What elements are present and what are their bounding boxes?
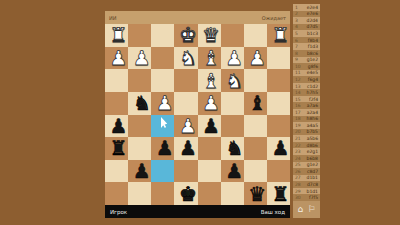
move-text: e7e6 [307, 11, 318, 16]
square-d2[interactable]: ♝ [198, 47, 221, 70]
move-text: d1b1 [307, 175, 318, 180]
square-e6[interactable]: ♟ [174, 137, 197, 160]
square-h7[interactable] [105, 160, 128, 183]
square-h3[interactable] [105, 69, 128, 92]
square-f7[interactable] [151, 160, 174, 183]
move-text: e4e5 [307, 70, 318, 75]
move-number: 17 [295, 110, 301, 115]
square-g5[interactable] [128, 115, 151, 138]
square-b1[interactable] [244, 24, 267, 47]
move-number: 1 [295, 5, 298, 10]
board-area: ИИ Ожидает ♜♚♛♜♟♟♞♝♟♟♝♞♞♟♟♝♟♟♟♜♟♟♞♟♟♟♚♛♜… [105, 11, 290, 218]
square-c8[interactable] [221, 182, 244, 205]
white-pawn-piece[interactable]: ♟ [202, 93, 220, 113]
move-number: 15 [295, 97, 301, 102]
move-text: e2e4 [307, 5, 318, 10]
square-c5[interactable] [221, 115, 244, 138]
square-h8[interactable] [105, 182, 128, 205]
square-d3[interactable]: ♝ [198, 69, 221, 92]
move-number: 24 [295, 156, 301, 161]
black-king-piece[interactable]: ♚ [179, 184, 197, 204]
square-f4[interactable]: ♟ [151, 92, 174, 115]
square-e1[interactable]: ♚ [174, 24, 197, 47]
move-text: f7f5 [309, 195, 318, 200]
square-f8[interactable] [151, 182, 174, 205]
resign-flag-icon[interactable]: ⚐ [308, 205, 316, 214]
square-f1[interactable] [151, 24, 174, 47]
move-number: 19 [295, 123, 301, 128]
square-h4[interactable] [105, 92, 128, 115]
square-h5[interactable]: ♟ [105, 115, 128, 138]
move-text: d2d4 [307, 18, 318, 23]
white-king-piece[interactable]: ♚ [179, 25, 197, 45]
turn-indicator: Ваш ход [261, 209, 285, 215]
move-text: f6g4 [308, 77, 318, 82]
square-c7[interactable]: ♟ [221, 160, 244, 183]
white-pawn-piece[interactable]: ♟ [179, 116, 197, 136]
move-number: 12 [295, 77, 301, 82]
move-number: 18 [295, 116, 301, 121]
panel-actions: ⌂ ⚐ [293, 201, 320, 218]
square-g8[interactable] [128, 182, 151, 205]
home-icon[interactable]: ⌂ [297, 205, 303, 214]
square-b5[interactable] [244, 115, 267, 138]
move-text: d8b6 [307, 143, 318, 148]
square-a7[interactable] [267, 160, 290, 183]
black-pawn-piece[interactable]: ♟ [156, 138, 174, 158]
square-h2[interactable]: ♟ [105, 47, 128, 70]
move-number: 26 [295, 169, 301, 174]
black-knight-piece[interactable]: ♞ [225, 138, 243, 158]
square-f2[interactable] [151, 47, 174, 70]
move-text: g8f6 [308, 64, 318, 69]
square-d1[interactable]: ♛ [198, 24, 221, 47]
white-rook-piece[interactable]: ♜ [110, 25, 128, 45]
square-b8[interactable]: ♛ [244, 182, 267, 205]
move-text: g1e2 [307, 162, 318, 167]
black-queen-piece[interactable]: ♛ [248, 184, 266, 204]
square-h6[interactable]: ♜ [105, 137, 128, 160]
move-text: a5b6 [307, 136, 318, 141]
square-c4[interactable] [221, 92, 244, 115]
black-knight-piece[interactable]: ♞ [133, 93, 151, 113]
move-number: 10 [295, 64, 301, 69]
move-list-panel: 1e2e42e7e63d2d44d7d55b1c36f8b47f1d38b8c6… [293, 4, 320, 218]
move-number: 6 [295, 38, 298, 43]
square-b4[interactable]: ♝ [244, 92, 267, 115]
black-pawn-piece[interactable]: ♟ [133, 161, 151, 181]
square-e2[interactable]: ♞ [174, 47, 197, 70]
move-text: b1c3 [307, 31, 318, 36]
square-f6[interactable]: ♟ [151, 137, 174, 160]
move-number: 13 [295, 84, 301, 89]
move-text: a2a4 [307, 110, 318, 115]
square-d7[interactable] [198, 160, 221, 183]
move-number: 22 [295, 143, 301, 148]
square-a4[interactable] [267, 92, 290, 115]
square-b3[interactable] [244, 69, 267, 92]
move-number: 8 [295, 51, 298, 56]
square-a3[interactable] [267, 69, 290, 92]
square-g1[interactable] [128, 24, 151, 47]
opponent-status: Ожидает [262, 15, 286, 21]
move-list: 1e2e42e7e63d2d44d7d55b1c36f8b47f1d38b8c6… [293, 4, 320, 201]
move-number: 20 [295, 129, 301, 134]
black-bishop-piece[interactable]: ♝ [248, 93, 266, 113]
square-c2[interactable]: ♟ [221, 47, 244, 70]
white-pawn-piece[interactable]: ♟ [156, 93, 174, 113]
move-text: b8c6 [307, 51, 318, 56]
move-number: 14 [295, 90, 301, 95]
square-c3[interactable]: ♞ [221, 69, 244, 92]
square-d5[interactable]: ♟ [198, 115, 221, 138]
square-a2[interactable] [267, 47, 290, 70]
square-c1[interactable] [221, 24, 244, 47]
white-pawn-piece[interactable]: ♟ [133, 48, 151, 68]
move-text: g1e2 [307, 57, 318, 62]
move-number: 9 [295, 57, 298, 62]
move-text: c1d2 [307, 84, 318, 89]
white-pawn-piece[interactable]: ♟ [110, 48, 128, 68]
opponent-name: ИИ [109, 15, 116, 21]
black-pawn-piece[interactable]: ♟ [179, 138, 197, 158]
black-pawn-piece[interactable]: ♟ [271, 138, 289, 158]
white-bishop-piece[interactable]: ♝ [202, 71, 220, 91]
move-text: e2g1 [307, 149, 318, 154]
move-number: 27 [295, 175, 301, 180]
white-bishop-piece[interactable]: ♝ [202, 48, 220, 68]
move-number: 3 [295, 18, 298, 23]
square-a5[interactable] [267, 115, 290, 138]
black-rook-piece[interactable]: ♜ [110, 138, 128, 158]
chess-board: ♜♚♛♜♟♟♞♝♟♟♝♞♞♟♟♝♟♟♟♜♟♟♞♟♟♟♚♛♜ [105, 24, 290, 205]
move-number: 16 [295, 103, 301, 108]
black-rook-piece[interactable]: ♜ [271, 184, 289, 204]
square-e4[interactable] [174, 92, 197, 115]
move-number: 28 [295, 182, 301, 187]
move-number: 7 [295, 44, 298, 49]
white-pawn-piece[interactable]: ♟ [248, 48, 266, 68]
move-text: b7b5 [307, 129, 318, 134]
square-d6[interactable] [198, 137, 221, 160]
square-b2[interactable]: ♟ [244, 47, 267, 70]
square-e7[interactable] [174, 160, 197, 183]
square-d4[interactable]: ♟ [198, 92, 221, 115]
white-rook-piece[interactable]: ♜ [271, 25, 289, 45]
square-b7[interactable] [244, 160, 267, 183]
square-f3[interactable] [151, 69, 174, 92]
black-pawn-piece[interactable]: ♟ [110, 116, 128, 136]
move-row[interactable]: 30f7f5 [293, 194, 320, 201]
chess-app: ИИ Ожидает ♜♚♛♜♟♟♞♝♟♟♝♞♞♟♟♝♟♟♟♜♟♟♞♟♟♟♚♛♜… [0, 0, 400, 225]
white-pawn-piece[interactable]: ♟ [225, 48, 243, 68]
move-text: f1d3 [308, 44, 318, 49]
black-pawn-piece[interactable]: ♟ [202, 116, 220, 136]
move-text: a4a5 [307, 123, 318, 128]
black-pawn-piece[interactable]: ♟ [225, 161, 243, 181]
move-text: b1d1 [307, 189, 318, 194]
square-d8[interactable] [198, 182, 221, 205]
move-number: 30 [295, 195, 301, 200]
move-number: 11 [295, 70, 301, 75]
move-number: 25 [295, 162, 301, 167]
move-number: 2 [295, 11, 298, 16]
move-text: b6b8 [307, 156, 318, 161]
white-queen-piece[interactable]: ♛ [202, 25, 220, 45]
move-number: 4 [295, 24, 298, 29]
move-text: h8h6 [307, 116, 318, 121]
move-text: c8d7 [307, 169, 318, 174]
white-knight-piece[interactable]: ♞ [225, 71, 243, 91]
square-g3[interactable] [128, 69, 151, 92]
square-c6[interactable]: ♞ [221, 137, 244, 160]
square-g4[interactable]: ♞ [128, 92, 151, 115]
square-g2[interactable]: ♟ [128, 47, 151, 70]
player-name: Игрок [110, 209, 127, 215]
square-g6[interactable] [128, 137, 151, 160]
move-text: h7h5 [307, 90, 318, 95]
move-text: a7a6 [307, 103, 318, 108]
move-text: d7c8 [307, 182, 318, 187]
square-e8[interactable]: ♚ [174, 182, 197, 205]
move-number: 23 [295, 149, 301, 154]
square-e3[interactable] [174, 69, 197, 92]
square-e5[interactable]: ♟ [174, 115, 197, 138]
square-b6[interactable] [244, 137, 267, 160]
player-bar: Игрок Ваш ход [105, 205, 290, 218]
move-number: 29 [295, 189, 301, 194]
square-a6[interactable]: ♟ [267, 137, 290, 160]
move-text: d7d5 [307, 24, 318, 29]
move-number: 21 [295, 136, 301, 141]
square-a8[interactable]: ♜ [267, 182, 290, 205]
square-h1[interactable]: ♜ [105, 24, 128, 47]
move-number: 5 [295, 31, 298, 36]
square-g7[interactable]: ♟ [128, 160, 151, 183]
move-text: f2f4 [309, 97, 318, 102]
white-knight-piece[interactable]: ♞ [179, 48, 197, 68]
square-a1[interactable]: ♜ [267, 24, 290, 47]
move-text: f8b4 [308, 38, 318, 43]
opponent-bar: ИИ Ожидает [105, 11, 290, 24]
